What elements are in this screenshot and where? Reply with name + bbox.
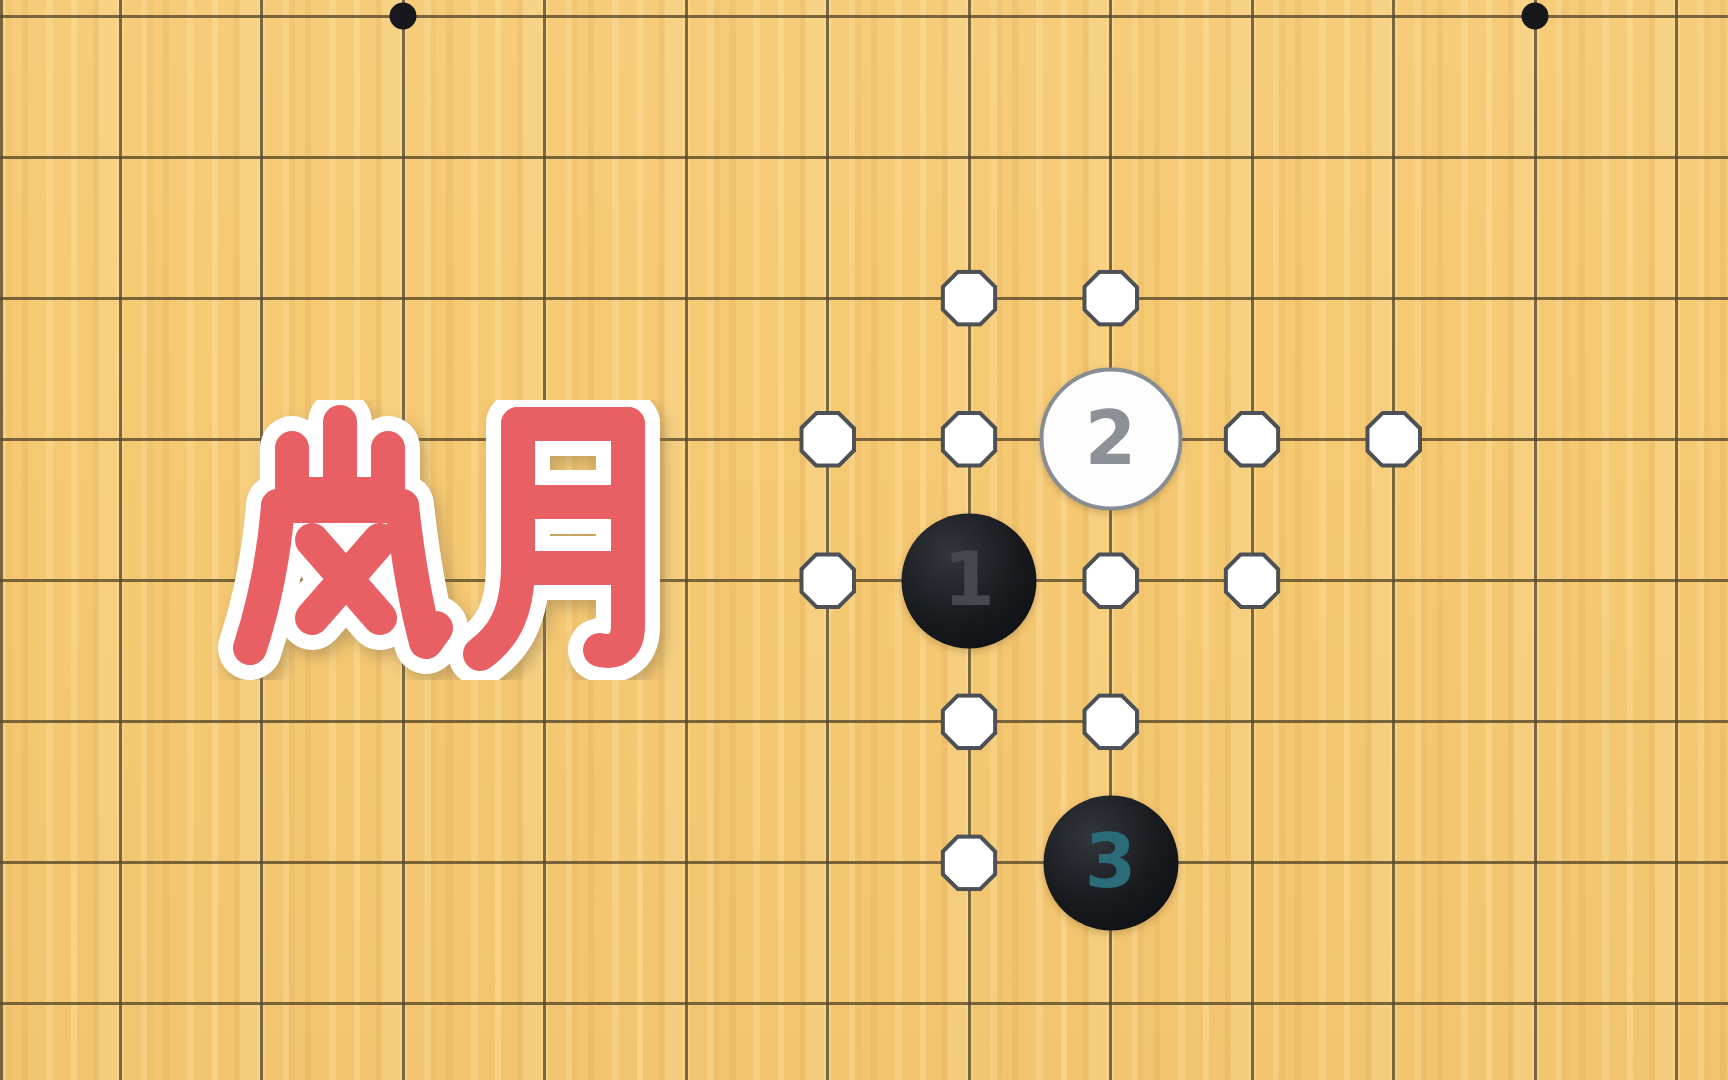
star-point: [390, 3, 417, 30]
grid-line-vertical: [1251, 0, 1254, 1080]
grid-line-vertical: [1675, 0, 1678, 1080]
move-marker[interactable]: [1224, 411, 1281, 468]
black-stone-move-3: 3: [1043, 795, 1178, 930]
grid-line-horizontal: [0, 438, 1728, 441]
gomoku-board[interactable]: 123: [0, 0, 1728, 1080]
move-marker[interactable]: [799, 411, 856, 468]
move-marker[interactable]: [1082, 552, 1139, 609]
grid-line-horizontal: [0, 156, 1728, 159]
grid-line-horizontal: [0, 579, 1728, 582]
move-marker-fill: [945, 838, 994, 887]
move-marker-fill: [945, 274, 994, 323]
move-marker-fill: [1086, 697, 1135, 746]
move-marker[interactable]: [1365, 411, 1422, 468]
move-marker[interactable]: [799, 552, 856, 609]
grid-line-horizontal: [0, 297, 1728, 300]
move-marker[interactable]: [941, 270, 998, 327]
grid-line-vertical: [1392, 0, 1395, 1080]
star-point: [1522, 3, 1549, 30]
board-edge-line: [0, 0, 3, 1080]
move-marker-fill: [1086, 556, 1135, 605]
move-marker-fill: [945, 415, 994, 464]
grid-line-horizontal: [0, 15, 1728, 18]
grid-line-horizontal: [0, 1002, 1728, 1005]
grid-line-vertical: [1534, 0, 1537, 1080]
move-marker[interactable]: [941, 411, 998, 468]
grid-line-vertical: [685, 0, 688, 1080]
move-marker-fill: [803, 415, 852, 464]
move-marker-fill: [1228, 556, 1277, 605]
grid-line-vertical: [543, 0, 546, 1080]
grid-line-vertical: [402, 0, 405, 1080]
move-number: 3: [1085, 824, 1137, 898]
move-marker-fill: [1228, 415, 1277, 464]
move-marker-fill: [1086, 274, 1135, 323]
white-stone-move-2: 2: [1039, 368, 1182, 511]
black-stone-move-1: 1: [902, 513, 1037, 648]
grid-line-horizontal: [0, 861, 1728, 864]
grid-line-vertical: [260, 0, 263, 1080]
move-number: 2: [1085, 400, 1137, 474]
grid-line-vertical: [119, 0, 122, 1080]
move-marker-fill: [1369, 415, 1418, 464]
move-marker-fill: [803, 556, 852, 605]
grid-line-horizontal: [0, 720, 1728, 723]
grid-line-vertical: [826, 0, 829, 1080]
move-marker[interactable]: [941, 834, 998, 891]
move-number: 1: [943, 542, 995, 616]
move-marker[interactable]: [1082, 693, 1139, 750]
move-marker[interactable]: [941, 693, 998, 750]
move-marker[interactable]: [1224, 552, 1281, 609]
move-marker[interactable]: [1082, 270, 1139, 327]
move-marker-fill: [945, 697, 994, 746]
